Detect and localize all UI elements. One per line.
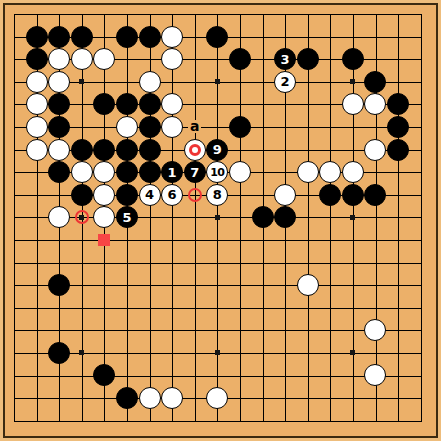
white-stone xyxy=(342,161,364,183)
black-stone xyxy=(116,183,139,206)
red-square-marker xyxy=(93,229,116,252)
white-stone xyxy=(138,70,161,93)
move-number: 9 xyxy=(213,143,222,156)
black-stone: 3 xyxy=(274,48,297,71)
black-stone xyxy=(48,116,71,139)
black-stone: 9 xyxy=(206,138,229,161)
black-stone xyxy=(70,138,93,161)
white-stone xyxy=(274,184,296,206)
white-stone xyxy=(48,71,70,93)
go-board-grid: 32917104685a xyxy=(3,3,432,432)
white-stone xyxy=(70,48,93,71)
black-stone xyxy=(48,161,70,183)
white-stone xyxy=(93,206,115,228)
white-stone xyxy=(93,48,115,70)
star-point xyxy=(342,206,365,229)
white-stone xyxy=(184,139,206,161)
move-number: 5 xyxy=(122,210,131,223)
black-stone xyxy=(71,184,93,206)
white-stone xyxy=(70,161,93,184)
point-label-a: a xyxy=(183,116,206,139)
black-stone xyxy=(319,184,341,206)
white-stone xyxy=(93,48,116,71)
white-stone xyxy=(25,93,48,116)
black-stone xyxy=(138,138,161,161)
star-point xyxy=(342,342,365,365)
star-point-dot xyxy=(215,350,220,355)
red-circle-marker xyxy=(183,183,206,206)
move-number: 3 xyxy=(281,52,290,65)
white-stone xyxy=(161,387,183,409)
black-stone xyxy=(116,93,139,116)
black-stone xyxy=(229,116,252,139)
black-stone xyxy=(139,139,161,161)
star-point xyxy=(206,206,229,229)
black-stone xyxy=(116,161,138,183)
move-number: 1 xyxy=(168,165,177,178)
white-stone xyxy=(138,387,161,410)
black-stone: 3 xyxy=(274,48,296,70)
black-stone xyxy=(364,71,386,93)
white-stone xyxy=(48,206,71,229)
black-stone xyxy=(26,26,48,48)
black-stone xyxy=(48,116,70,138)
white-stone xyxy=(364,319,387,342)
black-stone xyxy=(138,93,161,116)
move-number: 7 xyxy=(190,165,199,178)
black-stone xyxy=(48,274,71,297)
black-stone xyxy=(26,48,48,70)
black-stone xyxy=(93,93,116,116)
black-stone xyxy=(342,48,364,70)
white-stone: 6 xyxy=(161,184,183,206)
white-stone xyxy=(364,138,387,161)
white-stone xyxy=(25,116,48,139)
white-stone xyxy=(48,70,71,93)
white-stone xyxy=(93,206,116,229)
black-stone xyxy=(387,139,409,161)
black-stone: 1 xyxy=(161,161,184,184)
white-stone xyxy=(364,364,387,387)
black-stone xyxy=(297,48,319,70)
black-stone xyxy=(25,25,48,48)
black-stone xyxy=(48,93,70,115)
black-stone xyxy=(364,184,386,206)
white-stone xyxy=(319,161,341,183)
white-stone: 10 xyxy=(206,161,228,183)
black-stone xyxy=(387,138,410,161)
white-stone xyxy=(93,183,116,206)
black-stone xyxy=(93,364,116,387)
black-stone xyxy=(71,26,93,48)
black-stone xyxy=(139,116,161,138)
white-stone xyxy=(296,161,319,184)
black-stone xyxy=(139,161,161,183)
white-stone xyxy=(26,71,48,93)
star-point-dot xyxy=(79,79,84,84)
white-stone xyxy=(116,116,138,138)
black-stone: 7 xyxy=(184,161,206,183)
black-stone xyxy=(116,139,138,161)
white-stone xyxy=(48,138,71,161)
white-stone xyxy=(161,93,184,116)
black-stone xyxy=(25,48,48,71)
star-point-dot xyxy=(350,215,355,220)
black-stone xyxy=(116,93,138,115)
black-stone xyxy=(274,206,296,228)
black-stone xyxy=(48,93,71,116)
black-stone xyxy=(93,139,115,161)
black-stone xyxy=(342,184,364,206)
black-stone xyxy=(48,342,71,365)
white-stone xyxy=(183,138,206,161)
white-stone xyxy=(364,139,386,161)
black-stone xyxy=(139,26,161,48)
black-stone: 7 xyxy=(183,161,206,184)
black-stone xyxy=(116,138,139,161)
black-stone xyxy=(93,364,115,386)
black-stone: 1 xyxy=(161,161,183,183)
white-stone: 10 xyxy=(206,161,229,184)
white-stone xyxy=(26,116,48,138)
black-stone xyxy=(364,70,387,93)
white-stone xyxy=(296,274,319,297)
black-stone xyxy=(251,206,274,229)
black-stone: 5 xyxy=(116,206,139,229)
white-stone xyxy=(297,274,319,296)
move-number: 8 xyxy=(213,188,222,201)
white-stone xyxy=(364,364,386,386)
black-stone xyxy=(116,387,139,410)
star-point xyxy=(342,70,365,93)
black-stone xyxy=(342,183,365,206)
star-point-dot xyxy=(215,215,220,220)
black-stone xyxy=(93,93,115,115)
white-stone: 8 xyxy=(206,184,228,206)
black-stone xyxy=(70,183,93,206)
white-stone: 6 xyxy=(161,183,184,206)
white-stone xyxy=(71,48,93,70)
star-point xyxy=(206,342,229,365)
white-stone xyxy=(364,319,386,341)
white-stone xyxy=(342,93,365,116)
star-point xyxy=(206,70,229,93)
white-stone xyxy=(161,93,183,115)
black-stone xyxy=(116,387,138,409)
star-point xyxy=(70,70,93,93)
black-stone xyxy=(48,26,70,48)
black-stone xyxy=(229,48,251,70)
white-stone xyxy=(93,161,115,183)
white-stone: 8 xyxy=(206,183,229,206)
black-stone xyxy=(206,25,229,48)
white-stone xyxy=(139,71,161,93)
white-stone xyxy=(71,161,93,183)
black-stone xyxy=(206,26,228,48)
white-stone: 2 xyxy=(274,70,297,93)
white-stone xyxy=(48,48,71,71)
star-point-dot xyxy=(215,79,220,84)
black-stone xyxy=(116,161,139,184)
white-stone xyxy=(161,25,184,48)
black-stone xyxy=(71,139,93,161)
white-stone xyxy=(297,161,319,183)
white-stone: 4 xyxy=(139,184,161,206)
red-circle-icon xyxy=(188,188,202,202)
move-number: 6 xyxy=(168,188,177,201)
black-stone xyxy=(387,116,410,139)
white-stone xyxy=(48,206,70,228)
black-stone xyxy=(139,93,161,115)
black-stone xyxy=(116,184,138,206)
go-diagram: 32917104685a xyxy=(0,0,441,441)
black-stone xyxy=(229,116,251,138)
white-stone xyxy=(161,48,183,70)
white-stone xyxy=(139,387,161,409)
move-number: 10 xyxy=(210,166,224,177)
black-stone xyxy=(252,206,274,228)
white-stone xyxy=(116,116,139,139)
move-number: 4 xyxy=(145,188,154,201)
black-stone xyxy=(274,206,297,229)
black-stone xyxy=(116,26,138,48)
black-stone xyxy=(296,48,319,71)
black-stone xyxy=(48,342,70,364)
black-stone xyxy=(319,183,342,206)
white-stone xyxy=(161,387,184,410)
black-stone xyxy=(387,116,409,138)
white-stone: 4 xyxy=(138,183,161,206)
white-stone xyxy=(25,138,48,161)
white-stone xyxy=(161,116,184,139)
white-stone xyxy=(274,183,297,206)
white-stone xyxy=(48,48,70,70)
black-stone xyxy=(48,274,70,296)
white-stone xyxy=(206,387,228,409)
point-label-text: a xyxy=(188,120,201,133)
white-stone xyxy=(161,26,183,48)
black-stone xyxy=(93,138,116,161)
black-stone: 5 xyxy=(116,206,138,228)
red-circle-marker xyxy=(70,206,93,229)
black-stone xyxy=(48,161,71,184)
white-stone xyxy=(364,93,386,115)
star-point-dot xyxy=(350,350,355,355)
white-stone xyxy=(48,139,70,161)
white-stone xyxy=(161,48,184,71)
black-stone xyxy=(138,161,161,184)
white-stone xyxy=(206,387,229,410)
star-point-dot xyxy=(350,79,355,84)
white-stone xyxy=(161,116,183,138)
black-stone xyxy=(70,25,93,48)
white-stone xyxy=(229,161,251,183)
white-stone xyxy=(229,161,252,184)
white-stone: 2 xyxy=(274,71,296,93)
black-stone xyxy=(138,25,161,48)
red-circle-marked-stone-icon xyxy=(189,144,201,156)
black-stone xyxy=(229,48,252,71)
black-stone xyxy=(387,93,409,115)
white-stone xyxy=(26,93,48,115)
black-stone xyxy=(48,25,71,48)
white-stone xyxy=(342,161,365,184)
black-stone xyxy=(116,25,139,48)
white-stone xyxy=(319,161,342,184)
white-stone xyxy=(26,139,48,161)
black-stone xyxy=(387,93,410,116)
black-stone xyxy=(342,48,365,71)
move-number: 2 xyxy=(281,75,290,88)
black-stone: 9 xyxy=(206,139,228,161)
white-stone xyxy=(364,93,387,116)
star-point xyxy=(70,342,93,365)
red-circle-icon xyxy=(75,210,89,224)
red-square-icon xyxy=(98,234,110,246)
white-stone xyxy=(342,93,364,115)
black-stone xyxy=(138,116,161,139)
white-stone xyxy=(93,161,116,184)
black-stone xyxy=(364,183,387,206)
white-stone xyxy=(93,184,115,206)
star-point-dot xyxy=(79,350,84,355)
white-stone xyxy=(25,70,48,93)
